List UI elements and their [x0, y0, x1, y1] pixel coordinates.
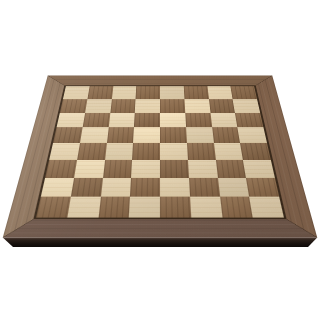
- square-a8[interactable]: [63, 86, 89, 99]
- square-e6[interactable]: [160, 113, 186, 128]
- square-a6[interactable]: [57, 113, 85, 128]
- square-g7[interactable]: [209, 99, 236, 113]
- board-squares: [33, 85, 286, 219]
- square-h7[interactable]: [233, 99, 260, 113]
- square-c1[interactable]: [98, 197, 130, 218]
- square-d8[interactable]: [136, 86, 160, 99]
- square-c4[interactable]: [105, 143, 134, 160]
- square-g3[interactable]: [215, 160, 246, 178]
- square-f2[interactable]: [189, 178, 220, 197]
- square-d3[interactable]: [131, 160, 160, 178]
- square-b7[interactable]: [85, 99, 112, 113]
- square-c2[interactable]: [100, 178, 131, 197]
- square-d2[interactable]: [130, 178, 160, 197]
- chess-board: [3, 75, 318, 237]
- square-c7[interactable]: [110, 99, 136, 113]
- square-h2[interactable]: [246, 178, 279, 197]
- board-edge: [0, 237, 320, 247]
- square-g4[interactable]: [214, 143, 244, 160]
- square-b4[interactable]: [77, 143, 107, 160]
- square-f3[interactable]: [188, 160, 218, 178]
- square-b2[interactable]: [71, 178, 103, 197]
- square-a5[interactable]: [53, 127, 82, 143]
- square-e4[interactable]: [160, 143, 188, 160]
- square-a7[interactable]: [60, 99, 87, 113]
- square-f5[interactable]: [186, 127, 214, 143]
- square-e1[interactable]: [160, 197, 191, 218]
- square-f1[interactable]: [190, 197, 222, 218]
- square-a2[interactable]: [41, 178, 74, 197]
- square-g6[interactable]: [210, 113, 238, 128]
- square-e7[interactable]: [160, 99, 185, 113]
- square-d4[interactable]: [132, 143, 160, 160]
- square-h8[interactable]: [231, 86, 257, 99]
- square-g1[interactable]: [220, 197, 253, 218]
- square-c3[interactable]: [103, 160, 133, 178]
- square-f4[interactable]: [187, 143, 216, 160]
- square-f8[interactable]: [184, 86, 209, 99]
- square-h4[interactable]: [240, 143, 271, 160]
- square-a3[interactable]: [45, 160, 77, 178]
- product-photo-scene: [0, 0, 320, 320]
- square-e2[interactable]: [160, 178, 190, 197]
- square-h5[interactable]: [238, 127, 267, 143]
- square-g2[interactable]: [217, 178, 249, 197]
- square-f6[interactable]: [185, 113, 212, 128]
- square-c8[interactable]: [111, 86, 136, 99]
- square-f7[interactable]: [184, 99, 210, 113]
- square-d5[interactable]: [133, 127, 160, 143]
- square-g8[interactable]: [207, 86, 233, 99]
- square-b3[interactable]: [74, 160, 105, 178]
- square-h1[interactable]: [249, 197, 284, 218]
- square-b1[interactable]: [67, 197, 100, 218]
- square-c6[interactable]: [108, 113, 135, 128]
- square-a1[interactable]: [36, 197, 71, 218]
- square-d1[interactable]: [129, 197, 160, 218]
- square-c5[interactable]: [107, 127, 135, 143]
- square-g5[interactable]: [212, 127, 241, 143]
- square-h6[interactable]: [235, 113, 263, 128]
- square-h3[interactable]: [243, 160, 275, 178]
- square-e8[interactable]: [160, 86, 184, 99]
- square-b5[interactable]: [80, 127, 109, 143]
- square-b8[interactable]: [87, 86, 113, 99]
- square-e5[interactable]: [160, 127, 187, 143]
- square-b6[interactable]: [82, 113, 110, 128]
- square-d6[interactable]: [134, 113, 160, 128]
- square-a4[interactable]: [49, 143, 80, 160]
- square-d7[interactable]: [135, 99, 160, 113]
- square-e3[interactable]: [160, 160, 189, 178]
